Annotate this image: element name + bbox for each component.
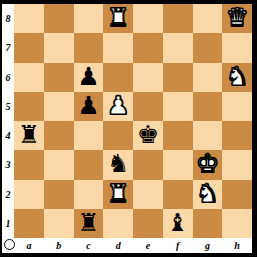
square-e2[interactable] xyxy=(133,180,163,209)
file-labels: abcdefgh xyxy=(14,238,252,253)
square-g6[interactable] xyxy=(193,63,223,92)
square-e6[interactable] xyxy=(133,63,163,92)
square-e5[interactable] xyxy=(133,92,163,121)
chess-board: ♜♛♟♞♟♟♜♚♞♚♜♞♜♝ xyxy=(14,4,252,238)
square-d8[interactable]: ♜ xyxy=(103,4,133,33)
chess-diagram: 87654321 ♜♛♟♞♟♟♜♚♞♚♜♞♜♝ abcdefgh xyxy=(0,0,257,257)
square-f1[interactable]: ♝ xyxy=(163,209,193,238)
file-label-g: g xyxy=(193,238,223,253)
rank-label-6: 6 xyxy=(2,63,14,92)
square-f3[interactable] xyxy=(163,150,193,179)
white-knight-h6: ♞ xyxy=(226,64,248,89)
square-c1[interactable]: ♜ xyxy=(74,209,104,238)
square-c3[interactable] xyxy=(74,150,104,179)
square-b4[interactable] xyxy=(44,121,74,150)
black-bishop-f1: ♝ xyxy=(166,210,188,235)
square-h6[interactable]: ♞ xyxy=(222,63,252,92)
black-rook-c1: ♜ xyxy=(77,210,99,235)
square-a4[interactable]: ♜ xyxy=(14,121,44,150)
square-d1[interactable] xyxy=(103,209,133,238)
square-a8[interactable] xyxy=(14,4,44,33)
white-pawn-d5: ♟ xyxy=(107,93,129,118)
square-e3[interactable] xyxy=(133,150,163,179)
square-b3[interactable] xyxy=(44,150,74,179)
square-a2[interactable] xyxy=(14,180,44,209)
rank-label-5: 5 xyxy=(2,92,14,121)
square-f4[interactable] xyxy=(163,121,193,150)
rank-label-3: 3 xyxy=(2,150,14,179)
rank-label-8: 8 xyxy=(2,4,14,33)
square-d2[interactable]: ♜ xyxy=(103,180,133,209)
square-d5[interactable]: ♟ xyxy=(103,92,133,121)
square-e4[interactable]: ♚ xyxy=(133,121,163,150)
file-label-h: h xyxy=(222,238,252,253)
square-e1[interactable] xyxy=(133,209,163,238)
rank-label-7: 7 xyxy=(2,33,14,62)
square-b1[interactable] xyxy=(44,209,74,238)
square-a6[interactable] xyxy=(14,63,44,92)
black-rook-a4: ♜ xyxy=(18,122,40,147)
square-d3[interactable]: ♞ xyxy=(103,150,133,179)
square-h7[interactable] xyxy=(222,33,252,62)
square-f6[interactable] xyxy=(163,63,193,92)
white-knight-g2: ♞ xyxy=(196,181,218,206)
square-h3[interactable] xyxy=(222,150,252,179)
black-knight-d3: ♞ xyxy=(107,151,129,176)
square-e8[interactable] xyxy=(133,4,163,33)
square-f8[interactable] xyxy=(163,4,193,33)
square-g4[interactable] xyxy=(193,121,223,150)
file-label-d: d xyxy=(103,238,133,253)
square-b5[interactable] xyxy=(44,92,74,121)
rank-labels: 87654321 xyxy=(2,4,14,238)
rank-label-1: 1 xyxy=(2,209,14,238)
square-h8[interactable]: ♛ xyxy=(222,4,252,33)
black-king-e4: ♚ xyxy=(137,122,159,147)
square-e7[interactable] xyxy=(133,33,163,62)
square-h2[interactable] xyxy=(222,180,252,209)
square-g8[interactable] xyxy=(193,4,223,33)
square-h5[interactable] xyxy=(222,92,252,121)
square-c6[interactable]: ♟ xyxy=(74,63,104,92)
square-a5[interactable] xyxy=(14,92,44,121)
square-b8[interactable] xyxy=(44,4,74,33)
square-d7[interactable] xyxy=(103,33,133,62)
rank-label-4: 4 xyxy=(2,121,14,150)
square-b7[interactable] xyxy=(44,33,74,62)
rank-label-2: 2 xyxy=(2,180,14,209)
black-pawn-c6: ♟ xyxy=(77,64,99,89)
square-g3[interactable]: ♚ xyxy=(193,150,223,179)
square-c8[interactable] xyxy=(74,4,104,33)
file-label-a: a xyxy=(14,238,44,253)
square-c4[interactable] xyxy=(74,121,104,150)
square-g7[interactable] xyxy=(193,33,223,62)
square-d4[interactable] xyxy=(103,121,133,150)
square-g5[interactable] xyxy=(193,92,223,121)
square-g2[interactable]: ♞ xyxy=(193,180,223,209)
square-c2[interactable] xyxy=(74,180,104,209)
white-rook-d2: ♜ xyxy=(107,181,129,206)
square-a1[interactable] xyxy=(14,209,44,238)
square-f5[interactable] xyxy=(163,92,193,121)
square-b2[interactable] xyxy=(44,180,74,209)
square-f2[interactable] xyxy=(163,180,193,209)
square-c7[interactable] xyxy=(74,33,104,62)
white-queen-h8: ♛ xyxy=(226,5,248,30)
white-rook-d8: ♜ xyxy=(107,5,129,30)
black-pawn-c5: ♟ xyxy=(77,93,99,118)
file-label-b: b xyxy=(44,238,74,253)
square-h1[interactable] xyxy=(222,209,252,238)
square-b6[interactable] xyxy=(44,63,74,92)
bottom-label-row: abcdefgh xyxy=(2,238,252,253)
square-f7[interactable] xyxy=(163,33,193,62)
file-label-c: c xyxy=(74,238,104,253)
square-g1[interactable] xyxy=(193,209,223,238)
white-king-g3: ♚ xyxy=(196,151,218,176)
square-a3[interactable] xyxy=(14,150,44,179)
square-h4[interactable] xyxy=(222,121,252,150)
square-c5[interactable]: ♟ xyxy=(74,92,104,121)
square-a7[interactable] xyxy=(14,33,44,62)
file-label-f: f xyxy=(163,238,193,253)
square-d6[interactable] xyxy=(103,63,133,92)
file-label-e: e xyxy=(133,238,163,253)
